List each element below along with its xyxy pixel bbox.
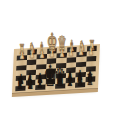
piece-white-pawn[interactable]: ♟ [49, 47, 54, 59]
chess-set-photo: ♜♞♝♚♛♝♞♜♟♟♟♟♟♟♟♟♟♟♟♟♟♟♟♟♜♞♝♚♛♝♞♜ [0, 0, 120, 119]
piece-white-pawn[interactable]: ♟ [59, 47, 64, 59]
piece-white-pawn[interactable]: ♟ [89, 45, 94, 57]
piece-white-pawn[interactable]: ♟ [19, 49, 24, 61]
piece-black-queen[interactable]: ♛ [55, 65, 66, 90]
piece-white-pawn[interactable]: ♟ [69, 46, 74, 58]
piece-white-pawn[interactable]: ♟ [29, 48, 34, 60]
piece-black-knight[interactable]: ♞ [76, 72, 83, 89]
piece-black-rook[interactable]: ♜ [17, 76, 24, 92]
piece-black-knight[interactable]: ♞ [27, 75, 34, 92]
piece-black-rook[interactable]: ♜ [86, 72, 93, 88]
piece-black-bishop[interactable]: ♝ [66, 71, 74, 90]
piece-white-pawn[interactable]: ♟ [79, 45, 84, 57]
